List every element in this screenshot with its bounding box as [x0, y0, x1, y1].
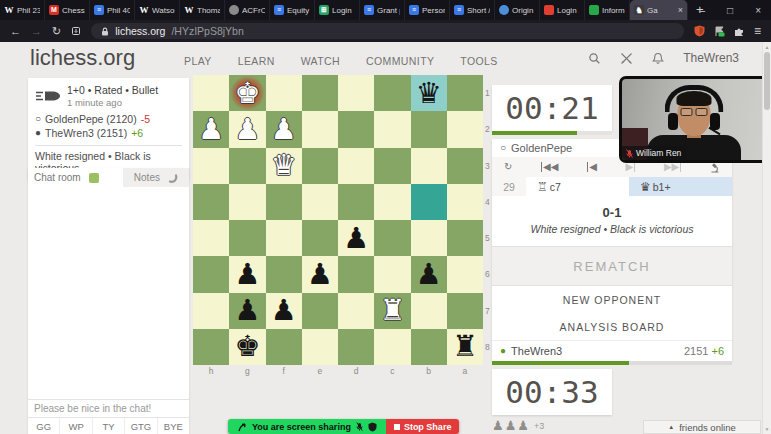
page-scrollbar[interactable]: ▲ ▼ [762, 42, 771, 434]
tab-title: Person [422, 6, 445, 15]
scroll-up-icon[interactable]: ▲ [763, 44, 771, 50]
browser-tab-origin[interactable]: Origin [495, 0, 540, 20]
white-queen-f3[interactable]: ♛ [271, 151, 297, 180]
tab-title: Login [557, 6, 580, 15]
white-color-icon: ○ [500, 143, 506, 153]
tab-title: Equity [287, 6, 310, 15]
square-f4[interactable] [266, 184, 302, 220]
online-dot-icon: ● [500, 346, 506, 356]
square-f8[interactable] [266, 329, 302, 365]
square-a5[interactable] [447, 220, 483, 256]
header-right: TheWren3 [588, 51, 739, 65]
square-h4[interactable] [193, 184, 229, 220]
origin-favicon-icon [499, 5, 509, 15]
browser-tab-watson[interactable]: WWatson [135, 0, 180, 20]
material-advantage: +3 [534, 421, 544, 431]
file-label-c: c [374, 366, 410, 376]
next-move-icon[interactable]: ▶ [626, 162, 636, 172]
square-f3[interactable]: ♛ [266, 148, 302, 184]
webcam-video: William Ren [622, 79, 766, 160]
quick-reply-wp[interactable]: WP [60, 418, 92, 434]
white-king-g1[interactable]: ♚ [234, 79, 260, 108]
close-button[interactable]: × [755, 5, 761, 16]
square-c5[interactable] [374, 220, 410, 256]
tab-close-icon[interactable]: × [678, 5, 683, 15]
lichess-favicon-icon: ♞ [634, 5, 644, 15]
square-d5[interactable]: ♟ [338, 220, 374, 256]
stop-share-label: Stop Share [404, 422, 452, 432]
site-nav: PLAYLEARNWATCHCOMMUNITYTOOLS [184, 55, 498, 67]
game-meta-line2: 1 minute ago [67, 97, 158, 108]
nav-learn[interactable]: LEARN [238, 55, 275, 67]
black-rook-a8[interactable]: ♜ [452, 332, 478, 361]
square-b1[interactable]: ♛ [411, 75, 447, 111]
square-f1[interactable] [266, 75, 302, 111]
quick-reply-gg[interactable]: GG [28, 418, 60, 434]
player-rating-delta: +6 [711, 345, 724, 357]
chat-quick-replies: GGWPTYGTGBYE [28, 417, 189, 434]
previous-move-icon[interactable]: ◀ [587, 162, 597, 172]
white-color-icon: ○ [35, 114, 41, 124]
square-c3[interactable] [374, 148, 410, 184]
wikipedia-favicon-icon: W [4, 5, 14, 15]
notes-label: Notes [134, 172, 160, 183]
square-c4[interactable] [374, 184, 410, 220]
browser-nav-bar: ← → ↻ lichess.org/HYzIPpS8jYbn ≡ [0, 20, 771, 42]
square-g1[interactable]: ♚ [229, 75, 265, 111]
save-page-icon[interactable] [71, 26, 81, 36]
square-b4[interactable] [411, 184, 447, 220]
scroll-down-icon[interactable]: ▼ [763, 426, 771, 432]
square-g7[interactable]: ♟ [229, 293, 265, 329]
tab-notes[interactable]: Notes [123, 168, 189, 187]
tab-title: Inform [602, 6, 625, 15]
black-player-name: TheWren3 (2151) [45, 127, 127, 139]
minimize-button[interactable]: – [700, 5, 706, 16]
square-f7[interactable]: ♟ [266, 293, 302, 329]
player-clock: 00:33 [492, 369, 612, 415]
chat-messages [28, 187, 189, 399]
url-bar[interactable]: lichess.org/HYzIPpS8jYbn [91, 23, 684, 39]
lichess-page: lichess.org PLAYLEARNWATCHCOMMUNITYTOOLS… [0, 42, 771, 434]
analysis-microscope-icon[interactable] [710, 162, 720, 173]
lock-icon [101, 27, 109, 36]
refresh-icon[interactable]: ↻ [52, 26, 61, 37]
square-e8[interactable] [302, 329, 338, 365]
phone-icon[interactable] [168, 173, 178, 183]
square-a4[interactable] [447, 184, 483, 220]
white-player-row[interactable]: ○ GoldenPepe (2120) -5 [35, 112, 182, 126]
chat-toggle[interactable] [89, 173, 99, 183]
square-g2[interactable]: ♟ [229, 111, 265, 147]
chat-room-label: Chat room [34, 172, 81, 183]
captured-pawn-icons: ♟♟♟ [492, 418, 530, 433]
black-pawn-g6[interactable]: ♟ [234, 260, 260, 289]
quick-reply-ty[interactable]: TY [93, 418, 125, 434]
file-label-d: d [338, 366, 374, 376]
square-h1[interactable] [193, 75, 229, 111]
browser-tab-login[interactable]: Login [540, 0, 585, 20]
black-pawn-e6[interactable]: ♟ [307, 260, 333, 289]
nav-community[interactable]: COMMUNITY [366, 55, 434, 67]
window-controls: – □ × [700, 0, 761, 20]
square-e3[interactable] [302, 148, 338, 184]
adblock-shield-icon[interactable] [694, 25, 705, 37]
black-pawn-f7[interactable]: ♟ [271, 296, 297, 325]
wikipedia-favicon-icon: W [184, 5, 194, 15]
player-name-row[interactable]: ● TheWren3 2151+6 [492, 340, 732, 361]
white-pawn-g2[interactable]: ♟ [234, 115, 260, 144]
webcam-name-tag: William Ren [622, 146, 687, 160]
tab-title: Origin [512, 6, 535, 15]
file-label-e: e [302, 366, 338, 376]
tab-title: Login [332, 6, 355, 15]
square-b7[interactable] [411, 293, 447, 329]
quick-reply-bye[interactable]: BYE [158, 418, 189, 434]
square-c8[interactable] [374, 329, 410, 365]
game-meta-line1: 1+0 • Rated • Bullet [67, 84, 158, 96]
square-a8[interactable]: ♜ [447, 329, 483, 365]
extensions-puzzle-icon[interactable] [734, 26, 745, 37]
black-king-g8[interactable]: ♚ [234, 332, 260, 361]
share-status: You are screen sharing [228, 419, 386, 434]
square-c7[interactable]: ♜ [374, 293, 410, 329]
browser-tab-phil-40[interactable]: ≡Phil 40 [90, 0, 135, 20]
mic-muted-icon [626, 149, 633, 158]
browser-tab-equity[interactable]: ≡Equity [270, 0, 315, 20]
browser-tab-phil-23[interactable]: WPhil 23 [0, 0, 45, 20]
browser-extensions: ≡ [694, 25, 761, 37]
quick-reply-gtg[interactable]: GTG [125, 418, 157, 434]
square-d6[interactable] [338, 256, 374, 292]
browser-tab-bar: WPhil 23MChess C≡Phil 40WWatsonWThomaACF… [0, 0, 771, 20]
white-player-name: GoldenPepe (2120) [45, 113, 137, 125]
game-info-card: 1+0 • Rated • Bullet 1 minute ago ○ Gold… [28, 78, 189, 179]
white-rook-c7[interactable]: ♜ [379, 296, 405, 325]
nav-play[interactable]: PLAY [184, 55, 212, 67]
chat-input[interactable]: Please be nice in the chat! [28, 399, 189, 417]
friends-online-label: friends online [679, 422, 736, 433]
square-d3[interactable] [338, 148, 374, 184]
player-name: TheWren3 [511, 345, 562, 357]
rematch-button[interactable]: REMATCH [492, 246, 732, 286]
tab-chat-room[interactable]: Chat room [28, 168, 123, 187]
square-g5[interactable] [229, 220, 265, 256]
scrollbar-thumb[interactable] [764, 52, 770, 110]
lichess-logo[interactable]: lichess.org [30, 45, 135, 71]
screen-share-bar: You are screen sharing Stop Share [228, 419, 459, 434]
nav-tools[interactable]: TOOLS [460, 55, 497, 67]
move-white-text: c7 [550, 181, 561, 193]
square-b3[interactable] [411, 148, 447, 184]
square-h8[interactable] [193, 329, 229, 365]
share-arrow-icon [237, 422, 247, 432]
square-b5[interactable] [411, 220, 447, 256]
square-a3[interactable] [447, 148, 483, 184]
square-a1[interactable] [447, 75, 483, 111]
tab-title: Chess C [62, 6, 85, 15]
black-pawn-b6[interactable]: ♟ [416, 260, 442, 289]
drive-favicon-icon [229, 5, 239, 15]
docs-favicon-icon: ≡ [454, 5, 464, 15]
square-b8[interactable] [411, 329, 447, 365]
black-rating-delta: +6 [131, 127, 143, 139]
square-e4[interactable] [302, 184, 338, 220]
challenge-swords-icon[interactable] [620, 52, 633, 65]
divider [35, 145, 182, 146]
url-path: /HYzIPpS8jYbn [171, 25, 243, 37]
square-h2[interactable]: ♟ [193, 111, 229, 147]
square-e5[interactable] [302, 220, 338, 256]
share-shield-icon [368, 422, 377, 432]
result-description: White resigned • Black is victorious [492, 223, 732, 246]
square-g8[interactable]: ♚ [229, 329, 265, 365]
sheets-favicon-icon: ⊞ [319, 5, 329, 15]
queen-figurine: ♛ [640, 180, 651, 194]
square-d8[interactable] [338, 329, 374, 365]
new-opponent-button[interactable]: NEW OPPONENT [492, 286, 732, 313]
stop-share-button[interactable]: Stop Share [386, 419, 460, 434]
white-rating-delta: -5 [141, 113, 150, 125]
user-menu[interactable]: TheWren3 [683, 51, 739, 65]
docs-favicon-icon: ≡ [409, 5, 419, 15]
move-white[interactable]: ♖ c7 [526, 177, 629, 196]
glasses [681, 108, 708, 116]
expand-up-icon: ▲ [668, 424, 674, 430]
black-queen-b1[interactable]: ♛ [416, 79, 442, 108]
square-f6[interactable] [266, 256, 302, 292]
nav-watch[interactable]: WATCH [301, 55, 340, 67]
last-move-icon[interactable]: ▶▶ [664, 162, 681, 172]
square-h5[interactable] [193, 220, 229, 256]
square-d2[interactable] [338, 111, 374, 147]
browser-tab-acfro[interactable]: ACFrO [225, 0, 270, 20]
board-file-labels: hgfedcba [193, 366, 483, 376]
square-e6[interactable]: ♟ [302, 256, 338, 292]
black-pawn-d5[interactable]: ♟ [343, 224, 369, 253]
square-b6[interactable]: ♟ [411, 256, 447, 292]
tab-title: ACFrO [242, 6, 265, 15]
tab-title: Short / [467, 6, 490, 15]
file-label-a: a [447, 366, 483, 376]
tab-title: Ga [647, 6, 675, 15]
browser-tabs: WPhil 23MChess C≡Phil 40WWatsonWThomaACF… [0, 0, 688, 20]
browser-tab-short-[interactable]: ≡Short / [450, 0, 495, 20]
square-d7[interactable] [338, 293, 374, 329]
square-b2[interactable] [411, 111, 447, 147]
player-rating: 2151 [684, 345, 708, 357]
browser-tab-chess-c[interactable]: MChess C [45, 0, 90, 20]
docs-favicon-icon: ≡ [364, 5, 374, 15]
search-icon[interactable] [588, 52, 601, 65]
square-h7[interactable] [193, 293, 229, 329]
square-c6[interactable] [374, 256, 410, 292]
back-icon[interactable]: ← [10, 26, 21, 37]
url-domain: lichess.org [115, 25, 165, 37]
opponent-clock-bar [492, 131, 612, 135]
move-number: 29 [492, 177, 526, 196]
square-e7[interactable] [302, 293, 338, 329]
tab-title: Grant p [377, 6, 400, 15]
opponent-name: GoldenPepe [511, 142, 572, 154]
square-a7[interactable] [447, 293, 483, 329]
forward-icon[interactable]: → [31, 26, 42, 37]
square-e1[interactable] [302, 75, 338, 111]
analysis-board-button[interactable]: ANALYSIS BOARD [492, 313, 732, 340]
file-label-g: g [229, 366, 265, 376]
square-h3[interactable] [193, 148, 229, 184]
result-score: 0-1 [492, 196, 732, 223]
browser-tab-grant-p[interactable]: ≡Grant p [360, 0, 405, 20]
square-h6[interactable] [193, 256, 229, 292]
browser-tab-ga[interactable]: ♞Ga× [630, 0, 688, 20]
square-a6[interactable] [447, 256, 483, 292]
square-g4[interactable] [229, 184, 265, 220]
extension-flag-icon[interactable] [714, 26, 725, 37]
red-favicon-icon [544, 5, 554, 15]
maximize-button[interactable]: □ [727, 5, 733, 16]
move-black-text: b1+ [653, 181, 671, 193]
browser-menu-icon[interactable]: ≡ [754, 25, 761, 37]
square-f2[interactable]: ♟ [266, 111, 302, 147]
headphone-cup-left [668, 113, 678, 130]
square-g3[interactable] [229, 148, 265, 184]
square-a2[interactable] [447, 111, 483, 147]
browser-tab-person[interactable]: ≡Person [405, 0, 450, 20]
tab-title: Phil 23 [17, 6, 40, 15]
tab-title: Watson [152, 6, 175, 15]
webcam-overlay: William Ren [619, 76, 769, 163]
browser-tab-inform[interactable]: Inform [585, 0, 630, 20]
first-move-icon[interactable]: ◀◀ [541, 162, 558, 172]
webcam-name: William Ren [636, 148, 681, 158]
wikipedia-favicon-icon: W [139, 5, 149, 15]
green-favicon-icon [589, 5, 599, 15]
player-clock-bar [492, 361, 732, 365]
share-status-text: You are screen sharing [252, 422, 351, 432]
chess-board[interactable]: ♚♛♟♟♟♛♟♟♟♟♟♟♜♚♜ [193, 75, 483, 365]
black-pawn-g7[interactable]: ♟ [234, 296, 260, 325]
square-f5[interactable] [266, 220, 302, 256]
friends-online-bar[interactable]: ▲ friends online [643, 420, 761, 434]
file-label-f: f [266, 366, 302, 376]
flip-board-icon[interactable]: ↻ [504, 162, 512, 172]
top-clock-bar-fill [492, 131, 577, 135]
move-list-row: 29 ♖ c7 ♛ b1+ [492, 177, 732, 196]
rook-figurine: ♖ [537, 180, 548, 194]
docs-favicon-icon: ≡ [274, 5, 284, 15]
square-c1[interactable] [374, 75, 410, 111]
opponent-clock: 00:21 [492, 85, 612, 131]
bottom-clock-bar-fill [492, 361, 629, 365]
tab-title: Thoma [197, 6, 220, 15]
white-pawn-f2[interactable]: ♟ [271, 115, 297, 144]
square-d4[interactable] [338, 184, 374, 220]
move-black-current[interactable]: ♛ b1+ [629, 177, 732, 196]
file-label-h: h [193, 366, 229, 376]
share-mic-muted-icon [356, 422, 363, 431]
square-e2[interactable] [302, 111, 338, 147]
file-label-b: b [411, 366, 447, 376]
browser-tab-thoma[interactable]: WThoma [180, 0, 225, 20]
square-c2[interactable] [374, 111, 410, 147]
square-g6[interactable]: ♟ [229, 256, 265, 292]
tab-title: Phil 40 [107, 6, 130, 15]
docs-favicon-icon: ≡ [94, 5, 104, 15]
gmail-favicon-icon: M [49, 5, 59, 15]
white-pawn-h2[interactable]: ♟ [198, 115, 224, 144]
bullet-icon [35, 88, 61, 104]
bell-icon[interactable] [652, 52, 664, 65]
square-d1[interactable] [338, 75, 374, 111]
black-player-row[interactable]: ● TheWren3 (2151) +6 [35, 126, 182, 140]
black-color-icon: ● [35, 128, 41, 138]
browser-tab-login[interactable]: ⊞Login [315, 0, 360, 20]
stop-icon [394, 424, 400, 430]
chat-box: Chat room Notes Please be nice in the ch… [28, 168, 189, 434]
